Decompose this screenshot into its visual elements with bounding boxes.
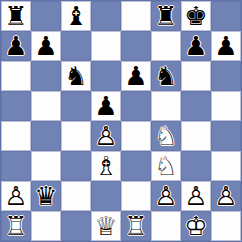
piece-white-pawn: ♟	[1, 181, 31, 211]
square-a3[interactable]	[1, 151, 31, 181]
square-h6[interactable]	[211, 61, 241, 91]
square-g7[interactable]: ♟	[181, 31, 211, 61]
square-h8[interactable]	[211, 1, 241, 31]
piece-white-pawn-outline: ♙	[91, 121, 121, 151]
square-e6[interactable]: ♟	[121, 61, 151, 91]
square-g1[interactable]: ♚♔	[181, 211, 211, 241]
square-b6[interactable]	[31, 61, 61, 91]
square-a1[interactable]: ♜♖	[1, 211, 31, 241]
square-e2[interactable]	[121, 181, 151, 211]
piece-black-knight: ♞	[151, 61, 181, 91]
square-h7[interactable]: ♟	[211, 31, 241, 61]
square-a8[interactable]: ♜	[1, 1, 31, 31]
square-c8[interactable]: ♝	[61, 1, 91, 31]
piece-white-pawn: ♟	[91, 121, 121, 151]
piece-black-pawn: ♟	[121, 61, 151, 91]
piece-black-pawn: ♟	[211, 31, 241, 61]
square-e4[interactable]	[121, 121, 151, 151]
square-h5[interactable]	[211, 91, 241, 121]
square-f8[interactable]: ♜	[151, 1, 181, 31]
square-g6[interactable]	[181, 61, 211, 91]
piece-white-knight: ♞	[151, 121, 181, 151]
piece-white-knight-outline: ♘	[151, 151, 181, 181]
square-a2[interactable]: ♟♙	[1, 181, 31, 211]
square-b4[interactable]	[31, 121, 61, 151]
square-c2[interactable]	[61, 181, 91, 211]
piece-white-king: ♚	[181, 211, 211, 241]
square-b5[interactable]	[31, 91, 61, 121]
piece-white-rook-outline: ♖	[1, 211, 31, 241]
square-f6[interactable]: ♞	[151, 61, 181, 91]
square-c6[interactable]: ♞	[61, 61, 91, 91]
square-f2[interactable]: ♟♙	[151, 181, 181, 211]
square-c5[interactable]	[61, 91, 91, 121]
square-b1[interactable]	[31, 211, 61, 241]
piece-white-queen: ♛	[91, 211, 121, 241]
square-f3[interactable]: ♞♘	[151, 151, 181, 181]
square-a7[interactable]: ♟	[1, 31, 31, 61]
square-d5[interactable]: ♟	[91, 91, 121, 121]
square-d7[interactable]	[91, 31, 121, 61]
square-d4[interactable]: ♟♙	[91, 121, 121, 151]
square-h2[interactable]: ♟♙	[211, 181, 241, 211]
square-c7[interactable]	[61, 31, 91, 61]
square-g4[interactable]	[181, 121, 211, 151]
piece-white-king-outline: ♔	[181, 211, 211, 241]
square-f4[interactable]: ♞♘	[151, 121, 181, 151]
piece-white-rook: ♜	[1, 211, 31, 241]
square-b8[interactable]	[31, 1, 61, 31]
piece-black-bishop: ♝	[61, 1, 91, 31]
square-e3[interactable]	[121, 151, 151, 181]
square-d1[interactable]: ♛♕	[91, 211, 121, 241]
piece-white-pawn-outline: ♙	[181, 181, 211, 211]
square-e8[interactable]	[121, 1, 151, 31]
square-g2[interactable]: ♟♙	[181, 181, 211, 211]
piece-black-rook: ♜	[1, 1, 31, 31]
piece-black-pawn: ♟	[31, 31, 61, 61]
square-b3[interactable]	[31, 151, 61, 181]
square-c4[interactable]	[61, 121, 91, 151]
square-d2[interactable]	[91, 181, 121, 211]
piece-black-pawn: ♟	[1, 31, 31, 61]
square-e1[interactable]: ♜♖	[121, 211, 151, 241]
square-d8[interactable]	[91, 1, 121, 31]
piece-white-pawn: ♟	[181, 181, 211, 211]
square-f7[interactable]	[151, 31, 181, 61]
square-a4[interactable]	[1, 121, 31, 151]
piece-white-queen-outline: ♕	[91, 211, 121, 241]
square-a5[interactable]	[1, 91, 31, 121]
square-e7[interactable]	[121, 31, 151, 61]
square-b7[interactable]: ♟	[31, 31, 61, 61]
square-h3[interactable]	[211, 151, 241, 181]
square-d6[interactable]	[91, 61, 121, 91]
square-c3[interactable]	[61, 151, 91, 181]
square-g3[interactable]	[181, 151, 211, 181]
piece-white-knight: ♞	[151, 151, 181, 181]
piece-black-rook: ♜	[151, 1, 181, 31]
square-a6[interactable]	[1, 61, 31, 91]
piece-white-bishop: ♝	[91, 151, 121, 181]
square-h1[interactable]	[211, 211, 241, 241]
piece-white-bishop-outline: ♗	[91, 151, 121, 181]
square-c1[interactable]	[61, 211, 91, 241]
piece-white-pawn: ♟	[151, 181, 181, 211]
piece-white-rook-outline: ♖	[121, 211, 151, 241]
piece-white-pawn-outline: ♙	[1, 181, 31, 211]
square-e5[interactable]	[121, 91, 151, 121]
piece-black-pawn: ♟	[91, 91, 121, 121]
piece-black-knight: ♞	[61, 61, 91, 91]
square-d3[interactable]: ♝♗	[91, 151, 121, 181]
square-f5[interactable]	[151, 91, 181, 121]
square-h4[interactable]	[211, 121, 241, 151]
square-b2[interactable]: ♛	[31, 181, 61, 211]
piece-black-king: ♚	[181, 1, 211, 31]
square-f1[interactable]	[151, 211, 181, 241]
piece-black-queen: ♛	[31, 181, 61, 211]
piece-black-pawn: ♟	[181, 31, 211, 61]
piece-white-pawn-outline: ♙	[151, 181, 181, 211]
piece-white-knight-outline: ♘	[151, 121, 181, 151]
square-g5[interactable]	[181, 91, 211, 121]
square-g8[interactable]: ♚	[181, 1, 211, 31]
piece-white-pawn-outline: ♙	[211, 181, 241, 211]
piece-white-pawn: ♟	[211, 181, 241, 211]
piece-white-rook: ♜	[121, 211, 151, 241]
chess-board: ♜♝♜♚♟♟♟♟♞♟♞♟♟♙♞♘♝♗♞♘♟♙♛♟♙♟♙♟♙♜♖♛♕♜♖♚♔	[0, 0, 242, 242]
